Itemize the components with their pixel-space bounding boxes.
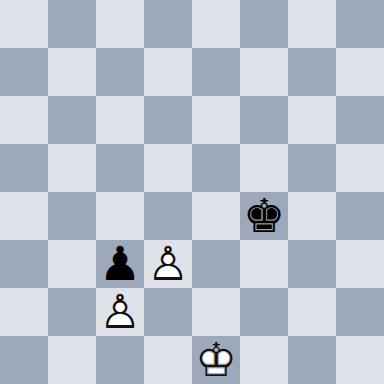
square-f1[interactable] [240, 336, 288, 384]
square-a8[interactable] [0, 0, 48, 48]
square-h5[interactable] [336, 144, 384, 192]
square-a1[interactable] [0, 336, 48, 384]
square-g3[interactable] [288, 240, 336, 288]
square-b6[interactable] [48, 96, 96, 144]
square-b7[interactable] [48, 48, 96, 96]
piece-black-king[interactable]: ♚ [240, 192, 288, 240]
white-pawn-glyph-outline: ♙ [144, 240, 192, 288]
square-g8[interactable] [288, 0, 336, 48]
piece-white-king[interactable]: ♚♔ [192, 336, 240, 384]
piece-black-pawn[interactable]: ♟ [96, 240, 144, 288]
square-g2[interactable] [288, 288, 336, 336]
square-a4[interactable] [0, 192, 48, 240]
square-d8[interactable] [144, 0, 192, 48]
square-h1[interactable] [336, 336, 384, 384]
square-a3[interactable] [0, 240, 48, 288]
square-c5[interactable] [96, 144, 144, 192]
square-f2[interactable] [240, 288, 288, 336]
square-h8[interactable] [336, 0, 384, 48]
square-f4[interactable]: ♚ [240, 192, 288, 240]
square-c4[interactable] [96, 192, 144, 240]
square-h6[interactable] [336, 96, 384, 144]
square-e3[interactable] [192, 240, 240, 288]
square-b5[interactable] [48, 144, 96, 192]
square-a2[interactable] [0, 288, 48, 336]
chess-board: ♚♟♟♙♟♙♚♔ [0, 0, 384, 384]
square-a5[interactable] [0, 144, 48, 192]
square-d5[interactable] [144, 144, 192, 192]
square-e1[interactable]: ♚♔ [192, 336, 240, 384]
square-d7[interactable] [144, 48, 192, 96]
square-b3[interactable] [48, 240, 96, 288]
square-e5[interactable] [192, 144, 240, 192]
square-c2[interactable]: ♟♙ [96, 288, 144, 336]
square-g1[interactable] [288, 336, 336, 384]
piece-white-pawn[interactable]: ♟♙ [144, 240, 192, 288]
black-pawn-glyph-fill: ♟ [96, 240, 144, 288]
square-a6[interactable] [0, 96, 48, 144]
square-b8[interactable] [48, 0, 96, 48]
square-e2[interactable] [192, 288, 240, 336]
square-f7[interactable] [240, 48, 288, 96]
square-b1[interactable] [48, 336, 96, 384]
black-king-glyph-fill: ♚ [240, 192, 288, 240]
square-f3[interactable] [240, 240, 288, 288]
square-d4[interactable] [144, 192, 192, 240]
square-c8[interactable] [96, 0, 144, 48]
square-f5[interactable] [240, 144, 288, 192]
square-h3[interactable] [336, 240, 384, 288]
white-pawn-glyph-outline: ♙ [96, 288, 144, 336]
square-g7[interactable] [288, 48, 336, 96]
square-a7[interactable] [0, 48, 48, 96]
white-king-glyph-outline: ♔ [192, 336, 240, 384]
square-f6[interactable] [240, 96, 288, 144]
square-d6[interactable] [144, 96, 192, 144]
piece-white-pawn[interactable]: ♟♙ [96, 288, 144, 336]
square-h2[interactable] [336, 288, 384, 336]
square-d1[interactable] [144, 336, 192, 384]
square-g4[interactable] [288, 192, 336, 240]
square-c7[interactable] [96, 48, 144, 96]
square-e8[interactable] [192, 0, 240, 48]
square-b2[interactable] [48, 288, 96, 336]
square-c3[interactable]: ♟ [96, 240, 144, 288]
square-e7[interactable] [192, 48, 240, 96]
square-h4[interactable] [336, 192, 384, 240]
square-e6[interactable] [192, 96, 240, 144]
square-b4[interactable] [48, 192, 96, 240]
square-d2[interactable] [144, 288, 192, 336]
square-c1[interactable] [96, 336, 144, 384]
square-g6[interactable] [288, 96, 336, 144]
square-e4[interactable] [192, 192, 240, 240]
square-f8[interactable] [240, 0, 288, 48]
square-d3[interactable]: ♟♙ [144, 240, 192, 288]
square-c6[interactable] [96, 96, 144, 144]
square-g5[interactable] [288, 144, 336, 192]
square-h7[interactable] [336, 48, 384, 96]
